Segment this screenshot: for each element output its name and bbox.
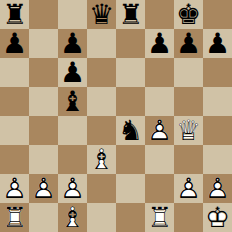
white-king-piece[interactable]: ♚♔	[203, 203, 232, 232]
black-pawn-icon: ♟	[176, 30, 201, 58]
black-pawn-piece[interactable]: ♟	[203, 29, 232, 58]
square-c5[interactable]: ♝	[58, 87, 87, 116]
black-pawn-piece[interactable]: ♟	[58, 58, 87, 87]
black-king-piece[interactable]: ♚	[174, 0, 203, 29]
white-bishop-piece[interactable]: ♝♗	[87, 145, 116, 174]
black-queen-icon: ♛	[89, 1, 114, 29]
square-d2[interactable]	[87, 174, 116, 203]
white-rook-piece[interactable]: ♜♖	[145, 203, 174, 232]
white-rook-outline-icon: ♖	[147, 204, 172, 232]
square-c7[interactable]: ♟	[58, 29, 87, 58]
square-a7[interactable]: ♟	[0, 29, 29, 58]
square-c2[interactable]: ♟♙	[58, 174, 87, 203]
square-h8[interactable]	[203, 0, 232, 29]
square-h1[interactable]: ♚♔	[203, 203, 232, 232]
square-e4[interactable]: ♞	[116, 116, 145, 145]
square-a2[interactable]: ♟♙	[0, 174, 29, 203]
square-h4[interactable]	[203, 116, 232, 145]
square-h3[interactable]	[203, 145, 232, 174]
white-king-outline-icon: ♔	[205, 204, 230, 232]
black-rook-piece[interactable]: ♜	[116, 0, 145, 29]
square-e5[interactable]	[116, 87, 145, 116]
white-pawn-outline-icon: ♙	[2, 175, 27, 203]
black-pawn-icon: ♟	[147, 30, 172, 58]
square-g1[interactable]	[174, 203, 203, 232]
square-f1[interactable]: ♜♖	[145, 203, 174, 232]
square-e7[interactable]	[116, 29, 145, 58]
square-g7[interactable]: ♟	[174, 29, 203, 58]
square-a8[interactable]: ♜	[0, 0, 29, 29]
white-rook-outline-icon: ♖	[2, 204, 27, 232]
black-rook-piece[interactable]: ♜	[0, 0, 29, 29]
square-b1[interactable]	[29, 203, 58, 232]
square-d5[interactable]	[87, 87, 116, 116]
square-d8[interactable]: ♛	[87, 0, 116, 29]
white-pawn-piece[interactable]: ♟♙	[58, 174, 87, 203]
black-pawn-piece[interactable]: ♟	[145, 29, 174, 58]
white-pawn-outline-icon: ♙	[176, 175, 201, 203]
black-knight-piece[interactable]: ♞	[116, 116, 145, 145]
black-bishop-icon: ♝	[60, 88, 85, 116]
square-b3[interactable]	[29, 145, 58, 174]
white-pawn-piece[interactable]: ♟♙	[29, 174, 58, 203]
square-d1[interactable]	[87, 203, 116, 232]
square-h5[interactable]	[203, 87, 232, 116]
square-a4[interactable]	[0, 116, 29, 145]
black-king-icon: ♚	[176, 1, 201, 29]
square-g3[interactable]	[174, 145, 203, 174]
black-pawn-icon: ♟	[2, 30, 27, 58]
square-f2[interactable]	[145, 174, 174, 203]
square-f8[interactable]	[145, 0, 174, 29]
white-rook-piece[interactable]: ♜♖	[0, 203, 29, 232]
white-pawn-outline-icon: ♙	[147, 117, 172, 145]
white-pawn-piece[interactable]: ♟♙	[203, 174, 232, 203]
square-h6[interactable]	[203, 58, 232, 87]
square-h2[interactable]: ♟♙	[203, 174, 232, 203]
square-b6[interactable]	[29, 58, 58, 87]
square-d4[interactable]	[87, 116, 116, 145]
white-pawn-piece[interactable]: ♟♙	[174, 174, 203, 203]
square-h7[interactable]: ♟	[203, 29, 232, 58]
square-g8[interactable]: ♚	[174, 0, 203, 29]
chess-board: ♜♛♜♚♟♟♟♟♟♟♝♞♟♙♛♕♝♗♟♙♟♙♟♙♟♙♟♙♜♖♝♗♜♖♚♔	[0, 0, 232, 232]
square-d7[interactable]	[87, 29, 116, 58]
white-bishop-outline-icon: ♗	[89, 146, 114, 174]
square-f3[interactable]	[145, 145, 174, 174]
white-pawn-outline-icon: ♙	[60, 175, 85, 203]
square-b4[interactable]	[29, 116, 58, 145]
square-e8[interactable]: ♜	[116, 0, 145, 29]
white-pawn-piece[interactable]: ♟♙	[0, 174, 29, 203]
black-knight-icon: ♞	[118, 117, 143, 145]
square-f7[interactable]: ♟	[145, 29, 174, 58]
square-f5[interactable]	[145, 87, 174, 116]
white-queen-piece[interactable]: ♛♕	[174, 116, 203, 145]
white-pawn-piece[interactable]: ♟♙	[145, 116, 174, 145]
white-queen-outline-icon: ♕	[176, 117, 201, 145]
black-pawn-icon: ♟	[205, 30, 230, 58]
square-f4[interactable]: ♟♙	[145, 116, 174, 145]
black-bishop-piece[interactable]: ♝	[58, 87, 87, 116]
black-queen-piece[interactable]: ♛	[87, 0, 116, 29]
black-rook-icon: ♜	[118, 1, 143, 29]
square-g2[interactable]: ♟♙	[174, 174, 203, 203]
black-pawn-piece[interactable]: ♟	[58, 29, 87, 58]
white-bishop-piece[interactable]: ♝♗	[58, 203, 87, 232]
square-g6[interactable]	[174, 58, 203, 87]
square-f6[interactable]	[145, 58, 174, 87]
square-b8[interactable]	[29, 0, 58, 29]
square-g5[interactable]	[174, 87, 203, 116]
white-pawn-outline-icon: ♙	[31, 175, 56, 203]
square-g4[interactable]: ♛♕	[174, 116, 203, 145]
square-e2[interactable]	[116, 174, 145, 203]
square-e1[interactable]	[116, 203, 145, 232]
black-pawn-piece[interactable]: ♟	[0, 29, 29, 58]
black-pawn-piece[interactable]: ♟	[174, 29, 203, 58]
square-c4[interactable]	[58, 116, 87, 145]
square-a1[interactable]: ♜♖	[0, 203, 29, 232]
square-b7[interactable]	[29, 29, 58, 58]
square-d3[interactable]: ♝♗	[87, 145, 116, 174]
square-e3[interactable]	[116, 145, 145, 174]
square-b5[interactable]	[29, 87, 58, 116]
square-a3[interactable]	[0, 145, 29, 174]
square-e6[interactable]	[116, 58, 145, 87]
square-b2[interactable]: ♟♙	[29, 174, 58, 203]
black-pawn-icon: ♟	[60, 30, 85, 58]
white-bishop-outline-icon: ♗	[60, 204, 85, 232]
white-pawn-outline-icon: ♙	[205, 175, 230, 203]
square-a6[interactable]	[0, 58, 29, 87]
black-rook-icon: ♜	[2, 1, 27, 29]
black-pawn-icon: ♟	[60, 59, 85, 87]
square-c6[interactable]: ♟	[58, 58, 87, 87]
square-c8[interactable]	[58, 0, 87, 29]
square-c3[interactable]	[58, 145, 87, 174]
square-a5[interactable]	[0, 87, 29, 116]
square-d6[interactable]	[87, 58, 116, 87]
square-c1[interactable]: ♝♗	[58, 203, 87, 232]
